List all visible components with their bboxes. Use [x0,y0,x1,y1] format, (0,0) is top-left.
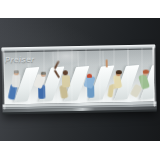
figure-5 [106,59,127,97]
figure-raised-arm-right [54,70,60,79]
brand-embossed-text: Preiser [4,55,34,65]
product-photo: Preiser [0,0,160,160]
figure-hair [116,70,122,74]
figure-hair [143,70,149,74]
figure-raised-arm-left [54,60,60,69]
box-corner-highlight-right [152,46,155,106]
tray-slot [53,51,79,104]
tray-slot [103,50,129,103]
figure-6 [131,58,152,96]
figure-3 [56,60,77,98]
tray-slot [128,49,154,102]
figure-torso [62,75,70,87]
figure-arm [106,59,108,67]
figure-hair [41,72,46,75]
white-band-bottom [0,141,160,160]
figure-head [63,70,68,75]
figure-4 [81,60,102,98]
tray-slot [78,50,104,103]
figure-red-cap [87,74,92,78]
figure-1 [6,61,27,99]
figure-torso [11,74,20,88]
figure-2 [31,61,52,99]
figure-hair [14,70,19,73]
white-band-top [0,0,160,18]
figure-torso [113,75,122,89]
figure-box: Preiser [1,44,156,113]
